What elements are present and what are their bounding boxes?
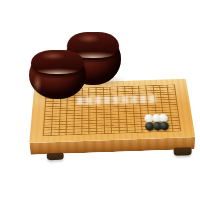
intersection-18-5 xyxy=(78,133,86,136)
board-foot-left xyxy=(47,153,64,161)
intersection-18-11 xyxy=(123,131,131,134)
hoshi-point xyxy=(152,92,154,93)
intersection-18-18 xyxy=(176,130,184,133)
intersection-13-16 xyxy=(160,117,168,120)
intersection-16-16 xyxy=(161,125,169,128)
intersection-18-10 xyxy=(116,132,124,135)
bowl-lid xyxy=(31,50,83,76)
board-foot-right xyxy=(174,147,192,156)
intersection-18-9 xyxy=(108,132,116,135)
hoshi-point xyxy=(65,126,67,128)
go-stone-bowl-front xyxy=(29,51,86,99)
go-set-product-photo xyxy=(0,0,200,200)
intersection-18-3 xyxy=(63,134,71,137)
intersection-18-6 xyxy=(85,133,93,136)
intersection-18-4 xyxy=(70,133,78,136)
intersection-18-7 xyxy=(93,133,101,136)
intersection-18-8 xyxy=(101,132,109,135)
intersection-18-12 xyxy=(131,131,139,134)
intersection-18-2 xyxy=(55,134,63,137)
hoshi-point xyxy=(111,124,113,126)
hoshi-point xyxy=(109,93,111,94)
bowl-highlight xyxy=(33,74,42,93)
